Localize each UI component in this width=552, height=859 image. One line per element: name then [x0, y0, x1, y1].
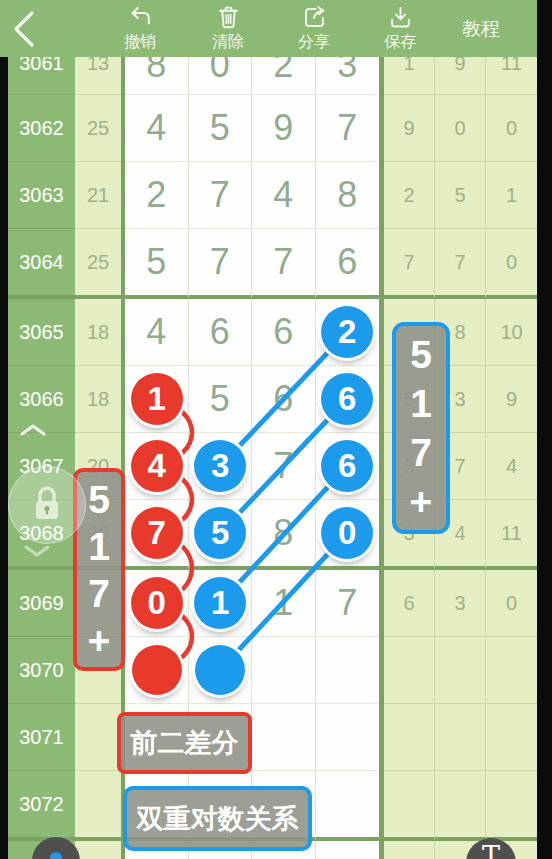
issue-cell: 3069 — [8, 570, 75, 637]
digit-cell[interactable]: 6 — [316, 229, 380, 299]
back-icon[interactable] — [8, 9, 38, 49]
stat-cell: 4 — [486, 433, 537, 500]
stat-cell: 0 — [486, 229, 537, 299]
sum-cell: 25 — [75, 229, 121, 299]
stat-cell — [384, 704, 435, 771]
stat-cell: 6 — [384, 570, 435, 637]
digit-cell[interactable] — [252, 637, 316, 704]
digit-cell[interactable]: 4 — [252, 162, 316, 229]
digit-cell[interactable]: 1 — [252, 570, 316, 637]
annotation-formula-1[interactable]: 前二差分 — [117, 712, 252, 774]
issue-cell: 3063 — [8, 162, 75, 229]
digit-cell[interactable]: 8 — [316, 162, 380, 229]
sum-cell — [75, 704, 121, 771]
blue-dot-icon — [50, 852, 62, 859]
blue-circle-mark[interactable]: 6 — [321, 440, 373, 492]
table-row: 30611380231911 — [8, 57, 537, 95]
table-row: 3064255776770 — [8, 229, 537, 299]
stat-cell: 9 — [384, 95, 435, 162]
blue-circle-mark[interactable] — [195, 645, 245, 695]
stat-cell — [435, 771, 486, 841]
empty-cell — [75, 841, 121, 859]
digit-cell[interactable]: 6 — [189, 299, 253, 366]
save-button[interactable]: 保存 — [365, 4, 435, 53]
table-row: 3071 — [8, 704, 537, 771]
digit-cell[interactable]: 9 — [252, 95, 316, 162]
digit-cell[interactable] — [316, 704, 380, 771]
issue-cell: 3061 — [8, 57, 75, 95]
digit-cell[interactable]: 5 — [189, 95, 253, 162]
issue-cell: 3070 — [8, 637, 75, 704]
digit-cell[interactable] — [316, 637, 380, 704]
issue-cell: 3071 — [8, 704, 75, 771]
lock-icon — [30, 485, 64, 525]
lock-button[interactable] — [8, 466, 86, 544]
sum-cell: 18 — [75, 366, 121, 433]
table-row: 3066181566539 — [8, 366, 537, 433]
issue-cell: 3062 — [8, 95, 75, 162]
table-row: 3065184662810 — [8, 299, 537, 366]
sum-cell: 25 — [75, 95, 121, 162]
stat-cell: 1 — [486, 162, 537, 229]
stat-cell: 11 — [486, 500, 537, 570]
digit-cell[interactable]: 7 — [252, 433, 316, 500]
chevron-up-icon[interactable] — [19, 423, 47, 436]
digit-cell[interactable] — [252, 704, 316, 771]
stat-cell: 3 — [435, 570, 486, 637]
share-icon — [301, 4, 328, 31]
trash-icon — [215, 4, 242, 31]
table-row: 3063212748251 — [8, 162, 537, 229]
undo-button[interactable]: 撤销 — [105, 4, 175, 53]
stat-cell — [486, 771, 537, 841]
sum-cell — [75, 771, 121, 841]
digit-cell[interactable]: 0 — [189, 57, 253, 95]
red-circle-mark[interactable] — [132, 645, 182, 695]
empty-cell — [384, 841, 435, 859]
right-bezel — [537, 0, 552, 859]
digit-cell[interactable]: 6 — [252, 366, 316, 433]
blue-circle-mark[interactable]: 1 — [194, 577, 246, 629]
chevron-down-icon[interactable] — [23, 545, 51, 558]
issue-cell: 3065 — [8, 299, 75, 366]
blue-circle-mark[interactable]: 6 — [321, 373, 373, 425]
empty-cell — [316, 841, 380, 859]
digit-cell[interactable]: 8 — [125, 57, 189, 95]
blue-circle-mark[interactable]: 5 — [194, 507, 246, 559]
clear-button[interactable]: 清除 — [193, 4, 263, 53]
digit-cell[interactable]: 6 — [252, 299, 316, 366]
stat-cell — [486, 637, 537, 704]
clear-label: 清除 — [212, 32, 244, 53]
issue-cell: 3064 — [8, 229, 75, 299]
undo-label: 撤销 — [124, 32, 156, 53]
digit-cell[interactable] — [316, 771, 380, 841]
stat-cell — [435, 637, 486, 704]
digit-cell[interactable]: 7 — [252, 229, 316, 299]
stat-cell: 0 — [486, 95, 537, 162]
digit-cell[interactable]: 8 — [252, 500, 316, 570]
stat-cell — [384, 771, 435, 841]
undo-icon — [127, 4, 154, 31]
stat-cell: 1 — [384, 57, 435, 95]
stat-cell: 0 — [486, 570, 537, 637]
digit-cell[interactable]: 3 — [316, 57, 380, 95]
annotation-formula-2[interactable]: 双重对数关系 — [123, 786, 312, 851]
stat-cell: 7 — [435, 229, 486, 299]
left-bezel — [0, 57, 8, 859]
digit-cell[interactable]: 7 — [316, 95, 380, 162]
stat-cell: 10 — [486, 299, 537, 366]
digit-cell[interactable]: 7 — [316, 570, 380, 637]
blue-circle-mark[interactable]: 2 — [321, 306, 373, 358]
digit-cell[interactable]: 2 — [252, 57, 316, 95]
digit-cell[interactable]: 4 — [125, 299, 189, 366]
digit-cell[interactable]: 2 — [125, 162, 189, 229]
digit-cell[interactable]: 4 — [125, 95, 189, 162]
sum-cell: 18 — [75, 299, 121, 366]
share-button[interactable]: 分享 — [279, 4, 349, 53]
digit-cell[interactable]: 7 — [189, 162, 253, 229]
app-screen: 撤销 清除 分享 保存 教程 30611 — [0, 0, 552, 859]
sum-cell: 21 — [75, 162, 121, 229]
stat-cell: 5 — [435, 162, 486, 229]
issue-cell: 3072 — [8, 771, 75, 841]
stat-cell — [435, 704, 486, 771]
red-circle-mark[interactable]: 7 — [131, 507, 183, 559]
red-circle-mark[interactable]: 1 — [131, 373, 183, 425]
save-label: 保存 — [384, 32, 416, 53]
stat-cell: 7 — [384, 229, 435, 299]
stat-cell: 0 — [435, 95, 486, 162]
blue-circle-mark[interactable]: 0 — [321, 507, 373, 559]
table-row: 3062254597900 — [8, 95, 537, 162]
digit-cell[interactable]: 5 — [125, 229, 189, 299]
annotation-right-517[interactable]: 5 1 7 + — [392, 322, 450, 534]
stat-cell — [486, 704, 537, 771]
stat-cell: 9 — [435, 57, 486, 95]
stat-cell: 9 — [486, 366, 537, 433]
red-circle-mark[interactable]: 4 — [131, 440, 183, 492]
digit-cell[interactable]: 5 — [189, 366, 253, 433]
stat-cell: 2 — [384, 162, 435, 229]
trend-table: 3061138023191130622545979003063212748251… — [8, 57, 537, 859]
share-label: 分享 — [298, 32, 330, 53]
digit-cell[interactable]: 7 — [189, 229, 253, 299]
red-circle-mark[interactable]: 0 — [131, 577, 183, 629]
tutorial-button[interactable]: 教程 — [462, 0, 500, 57]
blue-circle-mark[interactable]: 3 — [194, 440, 246, 492]
stat-cell — [384, 637, 435, 704]
stat-cell: 11 — [486, 57, 537, 95]
toolbar: 撤销 清除 分享 保存 教程 — [0, 0, 552, 57]
save-icon — [387, 4, 414, 31]
sum-cell: 13 — [75, 57, 121, 95]
text-tool-label: T — [482, 841, 500, 859]
